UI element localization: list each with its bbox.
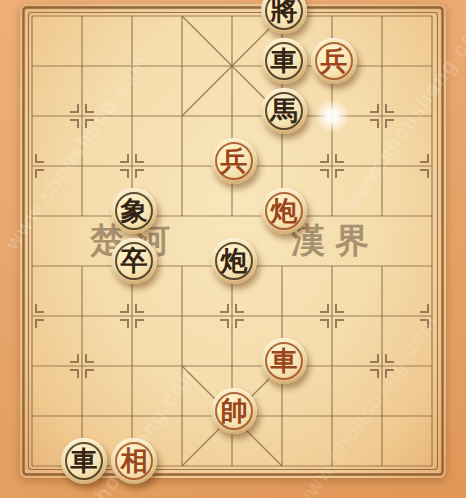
piece-black-soldier[interactable]: 卒 — [111, 238, 157, 284]
piece-ring — [115, 192, 153, 230]
piece-glyph: 卒 — [121, 248, 148, 275]
piece-black-chariot[interactable]: 車 — [61, 438, 107, 484]
piece-ring — [265, 92, 303, 130]
piece-ring — [315, 42, 353, 80]
piece-ring — [265, 192, 303, 230]
piece-black-elephant[interactable]: 象 — [111, 188, 157, 234]
piece-glyph: 馬 — [271, 98, 298, 125]
xiangqi-screenshot: 楚河 漢界 www.shoushang.com www.shoushang.co… — [0, 0, 466, 498]
pieces-layer: 將車兵馬兵象炮卒炮車帥車相 — [7, 0, 457, 491]
piece-black-cannon[interactable]: 炮 — [211, 238, 257, 284]
move-highlight-glow — [315, 99, 349, 133]
piece-ring — [265, 0, 303, 30]
piece-black-general[interactable]: 將 — [261, 0, 307, 34]
piece-red-elephant[interactable]: 相 — [111, 438, 157, 484]
piece-ring — [215, 142, 253, 180]
piece-glyph: 炮 — [271, 198, 298, 225]
piece-glyph: 兵 — [321, 48, 348, 75]
piece-ring — [65, 442, 103, 480]
piece-glyph: 象 — [121, 198, 148, 225]
piece-red-soldier[interactable]: 兵 — [311, 38, 357, 84]
piece-red-chariot[interactable]: 車 — [261, 338, 307, 384]
piece-ring — [115, 442, 153, 480]
piece-black-chariot[interactable]: 車 — [261, 38, 307, 84]
piece-glyph: 炮 — [221, 248, 248, 275]
piece-ring — [215, 392, 253, 430]
piece-glyph: 車 — [71, 448, 98, 475]
piece-red-soldier[interactable]: 兵 — [211, 138, 257, 184]
piece-glyph: 車 — [271, 348, 298, 375]
piece-ring — [215, 242, 253, 280]
piece-glyph: 車 — [271, 48, 298, 75]
piece-ring — [265, 42, 303, 80]
piece-glyph: 相 — [121, 448, 148, 475]
piece-ring — [115, 242, 153, 280]
piece-glyph: 帥 — [221, 398, 248, 425]
piece-black-horse[interactable]: 馬 — [261, 88, 307, 134]
piece-ring — [265, 342, 303, 380]
piece-red-cannon[interactable]: 炮 — [261, 188, 307, 234]
piece-glyph: 兵 — [221, 148, 248, 175]
piece-red-general[interactable]: 帥 — [211, 388, 257, 434]
piece-glyph: 將 — [271, 0, 298, 25]
